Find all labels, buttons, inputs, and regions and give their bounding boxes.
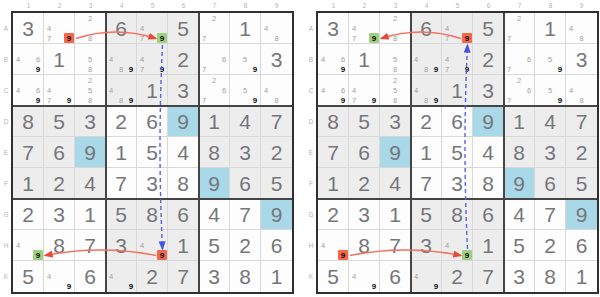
cell-G6[interactable]: 6 [473, 199, 504, 230]
cell-F8[interactable]: 6 [535, 168, 566, 199]
candidate-4: 4 [44, 23, 54, 33]
candidate-9: 9 [462, 33, 472, 43]
row-label: B [1, 44, 11, 75]
cell-F1[interactable]: 1 [13, 168, 44, 199]
cell-H6[interactable]: 1 [168, 230, 199, 261]
cell-H2[interactable]: 8 [349, 230, 380, 261]
cell-D2[interactable]: 5 [44, 106, 75, 137]
candidate-4: 4 [44, 85, 54, 95]
solved-digit: 1 [482, 235, 494, 256]
cell-E7[interactable]: 8 [504, 137, 535, 168]
solved-digit: 2 [358, 173, 370, 194]
cell-E1[interactable]: 7 [318, 137, 349, 168]
cell-F5[interactable]: 3 [442, 168, 473, 199]
solved-digit: 9 [84, 142, 96, 163]
solved-digit: 5 [53, 111, 65, 132]
cell-B7[interactable]: 67 [504, 44, 535, 75]
candidate-7: 7 [442, 33, 452, 43]
cell-C7[interactable]: 267 [199, 75, 230, 106]
cell-G9[interactable]: 9 [261, 199, 292, 230]
cell-A9[interactable]: 48 [261, 13, 292, 44]
cell-G3[interactable]: 1 [380, 199, 411, 230]
cell-K7[interactable]: 3 [199, 261, 230, 292]
solved-digit: 1 [451, 80, 463, 101]
cell-D8[interactable]: 4 [535, 106, 566, 137]
cell-A7[interactable]: 27 [504, 13, 535, 44]
col-label: 3 [75, 1, 106, 11]
candidate-9: 9 [369, 95, 379, 105]
cell-C1[interactable]: 469 [13, 75, 44, 106]
cell-C8[interactable]: 59 [535, 75, 566, 106]
candidates: 48 [261, 75, 292, 105]
candidate-4: 4 [318, 240, 328, 250]
solved-digit: 2 [482, 49, 494, 70]
candidate-8: 8 [116, 64, 126, 74]
cell-E7[interactable]: 8 [199, 137, 230, 168]
row-label: K [306, 261, 316, 292]
cell-C8[interactable]: 59 [230, 75, 261, 106]
candidate-7: 7 [199, 95, 209, 105]
cell-F2[interactable]: 2 [44, 168, 75, 199]
cell-C4[interactable]: 489 [411, 75, 442, 106]
solved-digit: 5 [420, 204, 432, 225]
candidates: 469 [13, 75, 43, 105]
cell-C6[interactable]: 3 [168, 75, 199, 106]
cell-B3[interactable]: 58 [380, 44, 411, 75]
solved-digit: 9 [576, 204, 588, 225]
solved-digit: 2 [451, 266, 463, 287]
cell-G5[interactable]: 8 [442, 199, 473, 230]
cell-K5[interactable]: 2 [137, 261, 168, 292]
cell-F6[interactable]: 8 [168, 168, 199, 199]
cell-H1[interactable]: 49 [318, 230, 349, 261]
solved-digit: 6 [146, 111, 158, 132]
solved-digit: 5 [208, 235, 220, 256]
cell-G2[interactable]: 3 [349, 199, 380, 230]
cell-E6[interactable]: 4 [473, 137, 504, 168]
candidates: 258 [75, 75, 105, 105]
cell-C3[interactable]: 258 [380, 75, 411, 106]
cell-E1[interactable]: 7 [13, 137, 44, 168]
cell-D1[interactable]: 8 [13, 106, 44, 137]
cell-K2[interactable]: 49 [44, 261, 75, 292]
cell-H9[interactable]: 6 [566, 230, 597, 261]
cell-H5[interactable]: 49 [137, 230, 168, 261]
solved-digit: 1 [358, 49, 370, 70]
cell-A4[interactable]: 6 [106, 13, 137, 44]
col-label: 8 [230, 1, 261, 11]
candidate-5: 5 [85, 54, 95, 64]
cell-F7[interactable]: 9 [199, 168, 230, 199]
candidate-2: 2 [390, 13, 400, 23]
solved-digit: 7 [420, 173, 432, 194]
cell-E3[interactable]: 9 [75, 137, 106, 168]
candidate-2: 2 [514, 75, 524, 85]
solved-digit: 1 [389, 204, 401, 225]
cell-K5[interactable]: 2 [442, 261, 473, 292]
solved-digit: 6 [271, 235, 283, 256]
solved-digit: 9 [271, 204, 283, 225]
candidate-9: 9 [431, 64, 441, 74]
cell-B4[interactable]: 489 [106, 44, 137, 75]
cell-C9[interactable]: 48 [566, 75, 597, 106]
cell-B5[interactable]: 479 [442, 44, 473, 75]
candidate-4: 4 [318, 54, 328, 64]
solved-digit: 8 [544, 266, 556, 287]
cell-D6[interactable]: 9 [473, 106, 504, 137]
cell-B1[interactable]: 469 [13, 44, 44, 75]
cell-E3[interactable]: 9 [380, 137, 411, 168]
candidate-7: 7 [199, 33, 209, 43]
cell-A8[interactable]: 1 [535, 13, 566, 44]
candidate-9: 9 [369, 33, 379, 43]
cell-H2[interactable]: 8 [44, 230, 75, 261]
solved-digit: 5 [482, 18, 494, 39]
cell-K1[interactable]: 5 [13, 261, 44, 292]
solved-digit: 1 [576, 266, 588, 287]
candidate-8: 8 [271, 33, 281, 43]
cell-A1[interactable]: 3 [318, 13, 349, 44]
col-label: 6 [473, 1, 504, 11]
solved-digit: 6 [544, 173, 556, 194]
candidate-2: 2 [209, 13, 219, 23]
candidate-5: 5 [545, 85, 555, 95]
candidate-9: 9 [157, 250, 167, 260]
candidate-7: 7 [504, 95, 514, 105]
cell-A1[interactable]: 3 [13, 13, 44, 44]
cell-D6[interactable]: 9 [168, 106, 199, 137]
cell-A6[interactable]: 5 [473, 13, 504, 44]
cell-B2[interactable]: 1 [44, 44, 75, 75]
cell-A2[interactable]: 479 [349, 13, 380, 44]
cell-G1[interactable]: 2 [13, 199, 44, 230]
cell-K4[interactable]: 49 [106, 261, 137, 292]
candidate-9: 9 [462, 250, 472, 260]
cell-F8[interactable]: 6 [230, 168, 261, 199]
cell-D5[interactable]: 6 [442, 106, 473, 137]
candidate-9: 9 [64, 282, 74, 292]
cell-K2[interactable]: 49 [349, 261, 380, 292]
cell-C4[interactable]: 489 [106, 75, 137, 106]
cell-F2[interactable]: 2 [349, 168, 380, 199]
candidate-9: 9 [555, 64, 565, 74]
cell-H4[interactable]: 3 [411, 230, 442, 261]
solved-digit: 3 [239, 142, 251, 163]
cell-K9[interactable]: 1 [566, 261, 597, 292]
candidate-4: 4 [349, 85, 359, 95]
cell-F5[interactable]: 3 [137, 168, 168, 199]
candidates: 49 [349, 261, 379, 292]
cell-A7[interactable]: 27 [199, 13, 230, 44]
cell-F3[interactable]: 4 [75, 168, 106, 199]
col-label: 3 [380, 1, 411, 11]
cell-E2[interactable]: 6 [44, 137, 75, 168]
sudoku-chain-comparison: 123456789ABCDEFGHK3479286479527148469158… [0, 0, 600, 294]
cell-D9[interactable]: 7 [261, 106, 292, 137]
cell-C7[interactable]: 267 [504, 75, 535, 106]
cell-F7[interactable]: 9 [504, 168, 535, 199]
cell-E4[interactable]: 1 [411, 137, 442, 168]
cell-B8[interactable]: 59 [230, 44, 261, 75]
cell-C2[interactable]: 479 [44, 75, 75, 106]
cell-H4[interactable]: 3 [106, 230, 137, 261]
cell-C2[interactable]: 479 [349, 75, 380, 106]
solved-digit: 2 [544, 235, 556, 256]
candidate-6: 6 [338, 54, 348, 64]
row-label: F [306, 168, 316, 199]
cell-A4[interactable]: 6 [411, 13, 442, 44]
cell-K3[interactable]: 6 [380, 261, 411, 292]
candidate-4: 4 [442, 240, 452, 250]
candidate-2: 2 [209, 75, 219, 85]
sudoku-grid: 3479286479527148469158489479267593469479… [316, 11, 599, 294]
cell-F3[interactable]: 4 [380, 168, 411, 199]
solved-digit: 1 [420, 142, 432, 163]
cell-B6[interactable]: 2 [168, 44, 199, 75]
cell-B1[interactable]: 469 [318, 44, 349, 75]
cell-K9[interactable]: 1 [261, 261, 292, 292]
row-label: A [1, 13, 11, 44]
candidate-8: 8 [116, 95, 126, 105]
row-label: F [1, 168, 11, 199]
col-label: 7 [504, 1, 535, 11]
cell-K6[interactable]: 7 [168, 261, 199, 292]
solved-digit: 1 [239, 18, 251, 39]
candidate-4: 4 [411, 54, 421, 64]
candidates: 28 [75, 13, 105, 43]
cell-H7[interactable]: 5 [199, 230, 230, 261]
solved-digit: 4 [513, 204, 525, 225]
cell-A3[interactable]: 28 [75, 13, 106, 44]
cell-B2[interactable]: 1 [349, 44, 380, 75]
candidate-7: 7 [44, 33, 54, 43]
candidate-4: 4 [411, 271, 421, 281]
solved-digit: 3 [513, 266, 525, 287]
cell-B6[interactable]: 2 [473, 44, 504, 75]
cell-A2[interactable]: 479 [44, 13, 75, 44]
cell-B9[interactable]: 3 [566, 44, 597, 75]
row-label: G [1, 199, 11, 230]
cell-B5[interactable]: 479 [137, 44, 168, 75]
candidate-9: 9 [431, 282, 441, 292]
candidates: 28 [380, 13, 410, 43]
cell-D9[interactable]: 7 [566, 106, 597, 137]
cell-C5[interactable]: 1 [442, 75, 473, 106]
solved-digit: 1 [22, 173, 34, 194]
solved-digit: 8 [208, 142, 220, 163]
cell-E8[interactable]: 3 [535, 137, 566, 168]
cell-H9[interactable]: 6 [261, 230, 292, 261]
candidate-9: 9 [338, 64, 348, 74]
cell-B7[interactable]: 67 [199, 44, 230, 75]
cell-C1[interactable]: 469 [318, 75, 349, 106]
cell-K7[interactable]: 3 [504, 261, 535, 292]
row-labels: ABCDEFGHK [1, 11, 11, 294]
cell-B4[interactable]: 489 [411, 44, 442, 75]
cell-C6[interactable]: 3 [473, 75, 504, 106]
cell-D1[interactable]: 8 [318, 106, 349, 137]
solved-digit: 7 [84, 235, 96, 256]
cell-F9[interactable]: 5 [261, 168, 292, 199]
solved-digit: 4 [208, 204, 220, 225]
cell-H6[interactable]: 1 [473, 230, 504, 261]
cell-D3[interactable]: 3 [75, 106, 106, 137]
cell-K4[interactable]: 49 [411, 261, 442, 292]
cell-G6[interactable]: 6 [168, 199, 199, 230]
cell-G5[interactable]: 8 [137, 199, 168, 230]
cell-D2[interactable]: 5 [349, 106, 380, 137]
cell-C3[interactable]: 258 [75, 75, 106, 106]
cell-F9[interactable]: 5 [566, 168, 597, 199]
candidate-4: 4 [137, 23, 147, 33]
candidate-9: 9 [157, 64, 167, 74]
col-label: 1 [13, 1, 44, 11]
cell-H3[interactable]: 7 [380, 230, 411, 261]
cell-E5[interactable]: 5 [137, 137, 168, 168]
solved-digit: 4 [177, 142, 189, 163]
cell-F4[interactable]: 7 [411, 168, 442, 199]
row-label: B [306, 44, 316, 75]
solved-digit: 6 [177, 204, 189, 225]
candidates: 49 [411, 261, 441, 292]
cell-A8[interactable]: 1 [230, 13, 261, 44]
candidates: 479 [44, 13, 74, 43]
cell-H1[interactable]: 49 [13, 230, 44, 261]
solved-digit: 6 [482, 204, 494, 225]
col-label: 1 [318, 1, 349, 11]
candidate-9: 9 [33, 64, 43, 74]
solved-digit: 9 [208, 173, 220, 194]
solved-digit: 2 [22, 204, 34, 225]
candidate-8: 8 [85, 64, 95, 74]
cell-G1[interactable]: 2 [318, 199, 349, 230]
cell-D7[interactable]: 1 [199, 106, 230, 137]
candidate-5: 5 [240, 54, 250, 64]
cell-K1[interactable]: 5 [318, 261, 349, 292]
solved-digit: 5 [451, 142, 463, 163]
cell-K3[interactable]: 6 [75, 261, 106, 292]
solved-digit: 4 [84, 173, 96, 194]
cell-G9[interactable]: 9 [566, 199, 597, 230]
solved-digit: 3 [544, 142, 556, 163]
cell-K6[interactable]: 7 [473, 261, 504, 292]
solved-digit: 1 [115, 142, 127, 163]
solved-digit: 8 [22, 111, 34, 132]
row-label: D [1, 106, 11, 137]
cell-G8[interactable]: 7 [230, 199, 261, 230]
col-label: 9 [261, 1, 292, 11]
cell-K8[interactable]: 8 [230, 261, 261, 292]
cell-D5[interactable]: 6 [137, 106, 168, 137]
solved-digit: 4 [389, 173, 401, 194]
candidates: 479 [44, 75, 74, 105]
cell-G3[interactable]: 1 [75, 199, 106, 230]
cell-G8[interactable]: 7 [535, 199, 566, 230]
row-labels: ABCDEFGHK [306, 11, 316, 294]
candidate-9: 9 [338, 250, 348, 260]
candidates: 49 [442, 230, 472, 260]
cell-A9[interactable]: 48 [566, 13, 597, 44]
cell-B8[interactable]: 59 [535, 44, 566, 75]
cell-E9[interactable]: 2 [566, 137, 597, 168]
cell-G4[interactable]: 5 [411, 199, 442, 230]
cell-D3[interactable]: 3 [380, 106, 411, 137]
cell-E6[interactable]: 4 [168, 137, 199, 168]
candidate-8: 8 [271, 95, 281, 105]
solved-digit: 3 [327, 18, 339, 39]
cell-E5[interactable]: 5 [442, 137, 473, 168]
cell-G7[interactable]: 4 [199, 199, 230, 230]
cell-F4[interactable]: 7 [106, 168, 137, 199]
solved-digit: 5 [327, 266, 339, 287]
cell-A3[interactable]: 28 [380, 13, 411, 44]
solved-digit: 7 [389, 235, 401, 256]
cell-G2[interactable]: 3 [44, 199, 75, 230]
candidates: 489 [411, 75, 441, 105]
cell-F1[interactable]: 1 [318, 168, 349, 199]
candidate-9: 9 [555, 95, 565, 105]
candidate-7: 7 [137, 33, 147, 43]
candidate-2: 2 [514, 13, 524, 23]
solved-digit: 6 [420, 18, 432, 39]
solved-digit: 5 [358, 111, 370, 132]
cell-H8[interactable]: 2 [535, 230, 566, 261]
cell-D7[interactable]: 1 [504, 106, 535, 137]
cell-E4[interactable]: 1 [106, 137, 137, 168]
solved-digit: 1 [327, 173, 339, 194]
cell-B3[interactable]: 58 [75, 44, 106, 75]
candidates: 58 [75, 44, 105, 74]
candidates: 479 [349, 75, 379, 105]
cell-K8[interactable]: 8 [535, 261, 566, 292]
cell-A5[interactable]: 479 [137, 13, 168, 44]
cell-H3[interactable]: 7 [75, 230, 106, 261]
cell-F6[interactable]: 8 [473, 168, 504, 199]
row-label: K [1, 261, 11, 292]
cell-E2[interactable]: 6 [349, 137, 380, 168]
solved-digit: 3 [22, 18, 34, 39]
solved-digit: 7 [115, 173, 127, 194]
cell-A5[interactable]: 479 [442, 13, 473, 44]
cell-D4[interactable]: 2 [411, 106, 442, 137]
solved-digit: 8 [239, 266, 251, 287]
cell-G4[interactable]: 5 [106, 199, 137, 230]
cell-G7[interactable]: 4 [504, 199, 535, 230]
solved-digit: 3 [208, 266, 220, 287]
candidates: 27 [199, 13, 229, 43]
cell-D8[interactable]: 4 [230, 106, 261, 137]
solved-digit: 7 [576, 111, 588, 132]
solved-digit: 2 [239, 235, 251, 256]
cell-H7[interactable]: 5 [504, 230, 535, 261]
cell-H5[interactable]: 49 [442, 230, 473, 261]
cell-H8[interactable]: 2 [230, 230, 261, 261]
candidates: 479 [137, 44, 167, 74]
candidate-4: 4 [137, 54, 147, 64]
cell-A6[interactable]: 5 [168, 13, 199, 44]
candidates: 49 [318, 230, 348, 260]
cell-E8[interactable]: 3 [230, 137, 261, 168]
cell-D4[interactable]: 2 [106, 106, 137, 137]
cell-C9[interactable]: 48 [261, 75, 292, 106]
solved-digit: 6 [576, 235, 588, 256]
cell-C5[interactable]: 1 [137, 75, 168, 106]
candidate-7: 7 [504, 33, 514, 43]
solved-digit: 3 [53, 204, 65, 225]
cell-B9[interactable]: 3 [261, 44, 292, 75]
cell-E9[interactable]: 2 [261, 137, 292, 168]
candidate-2: 2 [85, 75, 95, 85]
